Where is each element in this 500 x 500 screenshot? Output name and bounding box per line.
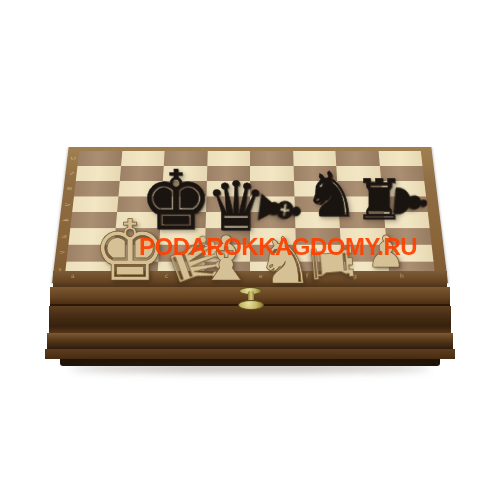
watermark-text: PODAROKKAGDOMY.RU	[139, 233, 417, 261]
black-queen: ♛	[206, 173, 267, 241]
black-knight: ♞	[303, 164, 359, 226]
black-pawn-lying: ♟	[386, 180, 433, 223]
black-rook: ♜	[354, 172, 404, 228]
product-photo: 87654321 abcdefgh ♚♛♝♞♜♟♚♛♝♞♜♟ PODAROKKA…	[0, 0, 500, 500]
black-king: ♚	[139, 160, 213, 242]
black-bishop-lying: ♝	[248, 181, 310, 238]
